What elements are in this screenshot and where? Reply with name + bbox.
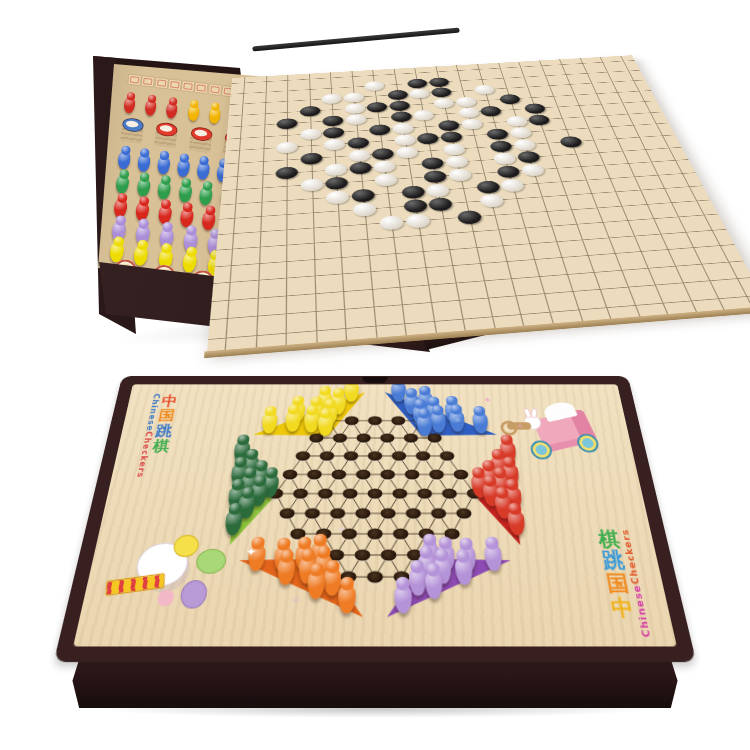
go-stone-black	[401, 185, 425, 199]
title-text: 中	[609, 596, 635, 620]
board-hole	[453, 470, 468, 480]
cartoon-children-playing-illustration	[95, 536, 251, 630]
go-stone-white	[509, 127, 533, 139]
cartoon-blob	[156, 590, 175, 606]
go-stone-white	[479, 194, 505, 208]
go-stone-white	[520, 164, 545, 177]
board-hole	[368, 489, 383, 499]
go-stone-black	[457, 210, 483, 225]
board-hole	[345, 417, 359, 426]
go-stone-white	[442, 143, 466, 155]
go-stone-white	[455, 96, 477, 107]
board-hole	[380, 470, 395, 480]
title-text: Checkers	[135, 431, 154, 478]
board-hole	[343, 489, 358, 499]
title-text: 中	[161, 394, 179, 408]
board-hole	[368, 417, 382, 426]
go-stone-black	[390, 111, 412, 122]
cartoon-blob	[196, 550, 226, 573]
go-stone-black	[421, 157, 445, 170]
sparkle-icon: +	[516, 422, 524, 429]
go-stone-white	[409, 88, 430, 99]
board-hole	[392, 452, 407, 462]
board-hole	[344, 452, 359, 462]
go-stone-black	[389, 100, 410, 111]
board-hole	[367, 529, 382, 540]
go-stone-black	[431, 87, 453, 98]
checkers-box-back-notch	[362, 377, 387, 383]
title-text: 棋	[152, 438, 171, 454]
go-stone-black	[498, 94, 521, 105]
go-stone-white	[460, 118, 483, 130]
go-stone-white	[394, 134, 417, 146]
board-hole	[403, 434, 417, 443]
go-stone-black	[428, 77, 449, 87]
go-stone-black	[558, 136, 583, 148]
title-text: 跳	[155, 423, 174, 438]
board-hole	[416, 452, 431, 462]
checkers-board-face: ChineseCheckers 中国跳棋 棋跳国中 ChineseChecker…	[73, 384, 677, 646]
go-stone-black	[424, 170, 448, 183]
sparkle-icon: ✦	[338, 526, 345, 534]
go-stone-white	[493, 152, 518, 165]
board-hole	[380, 550, 396, 561]
board-hole	[429, 470, 444, 480]
go-stone-white	[505, 115, 528, 126]
board-hole	[442, 489, 458, 499]
board-hole	[354, 550, 370, 561]
title-bottom-right: 棋跳国中 ChineseCheckers	[597, 529, 653, 637]
go-stone-white	[512, 139, 536, 151]
go-stone-black	[527, 114, 551, 125]
go-stone-white	[426, 183, 451, 197]
board-hole	[405, 509, 420, 520]
go-stone-black	[489, 140, 513, 152]
go-stone-white	[433, 98, 455, 109]
board-hole	[393, 529, 409, 540]
board-hole	[368, 452, 382, 462]
title-text: 国	[158, 408, 177, 423]
go-stone-white	[413, 110, 435, 121]
cartoon-blob	[180, 581, 207, 607]
go-stone-black	[524, 103, 547, 114]
go-stone-black	[403, 199, 428, 213]
title-text: 国	[605, 573, 631, 596]
board-hole	[367, 572, 383, 584]
board-hole	[391, 417, 405, 426]
go-stone-black	[417, 133, 440, 145]
go-stone-white	[500, 178, 526, 192]
checkers-box: ChineseCheckers 中国跳棋 棋跳国中 ChineseChecker…	[54, 376, 697, 662]
title-text: 跳	[601, 550, 626, 572]
board-hole	[404, 470, 419, 480]
go-stone-black	[475, 180, 500, 194]
board-hole	[355, 470, 370, 480]
board-hole	[380, 509, 395, 520]
cartoon-car-wheel	[576, 434, 600, 453]
title-top-left: ChineseCheckers 中国跳棋	[135, 394, 179, 479]
go-stone-black	[486, 128, 510, 140]
cartoon-hat	[173, 536, 199, 556]
go-stone-black	[428, 197, 453, 211]
sparkle-icon: ✧	[291, 595, 301, 606]
go-stone-white	[457, 107, 480, 118]
go-stone-black	[407, 78, 428, 88]
cartoon-xylophone	[105, 573, 164, 596]
board-hole	[455, 509, 471, 520]
go-stone-black	[387, 90, 408, 101]
go-stones-layer	[232, 55, 632, 78]
go-stone-white	[474, 85, 496, 95]
board-hole	[356, 434, 370, 443]
board-hole	[430, 509, 446, 520]
product-photo-stage: 仕馬炮車相兵卒將 ChineseCheckers 中国跳棋 棋跳国中 Chine…	[0, 0, 750, 750]
go-stone-white	[405, 213, 430, 228]
go-stone-black	[496, 165, 521, 178]
board-hole	[380, 434, 394, 443]
board-hole	[427, 434, 442, 443]
go-stone-white	[395, 146, 418, 159]
board-hole	[417, 489, 432, 499]
sparkle-icon: ✦	[245, 546, 257, 558]
go-stone-black	[516, 151, 541, 164]
go-stone-white	[445, 156, 469, 169]
board-hole	[440, 452, 455, 462]
go-stone-white	[392, 122, 414, 134]
go-stone-black	[480, 106, 503, 117]
sparkle-icon: ✦	[483, 396, 492, 405]
board-hole	[392, 489, 407, 499]
go-stone-black	[440, 131, 463, 143]
go-stone-white	[448, 168, 473, 181]
lid-slide-rail	[252, 28, 460, 52]
board-hole	[355, 509, 370, 520]
title-text: 棋	[597, 529, 622, 551]
sparkle-icon: ✧	[454, 417, 462, 425]
go-stone-black	[438, 120, 461, 132]
